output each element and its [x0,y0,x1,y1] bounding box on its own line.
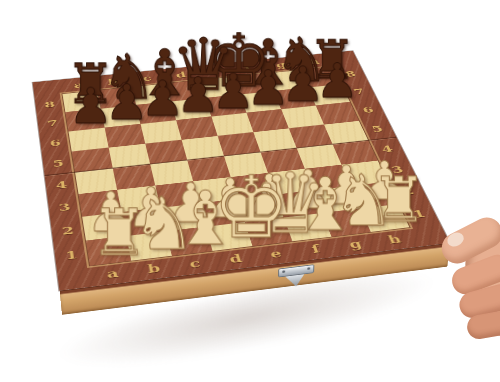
square-b5[interactable] [109,144,151,169]
scene: abcdefgh abcdefgh 87654321 87654321 ♜♞♝♛… [0,0,500,382]
square-a6[interactable] [68,128,108,152]
square-a1[interactable]: ♜ [86,236,131,266]
square-a7[interactable]: ♟ [65,109,104,132]
piece-white-rook-a1[interactable]: ♜ [90,201,131,265]
square-c5[interactable] [145,140,187,164]
square-d5[interactable] [182,136,224,160]
square-g5[interactable] [289,124,333,148]
chess-board: abcdefgh abcdefgh 87654321 87654321 ♜♞♝♛… [33,51,450,291]
latch-icon [278,263,315,294]
rank-label-1: 1 [54,241,90,270]
board-field: ♜♞♝♛♚♝♞♜♟♟♟♟♟♟♟♟♟♟♟♟♟♟♟♟♜♞♝♚♛♝♞♜ [62,67,409,266]
piece-black-pawn-a7[interactable]: ♟ [69,82,105,131]
photo-background: abcdefgh abcdefgh 87654321 87654321 ♜♞♝♛… [0,0,500,382]
